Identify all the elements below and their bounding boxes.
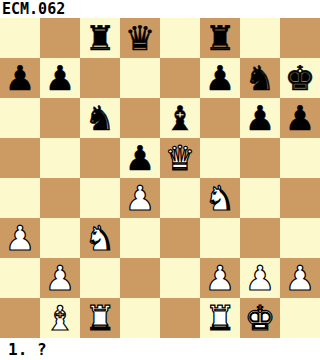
square-h5[interactable] bbox=[280, 138, 320, 178]
square-f2[interactable]: ♟ bbox=[200, 258, 240, 298]
piece-black-pawn[interactable]: ♟ bbox=[245, 98, 275, 138]
square-c3[interactable]: ♞ bbox=[80, 218, 120, 258]
square-b8[interactable] bbox=[40, 18, 80, 58]
square-c8[interactable]: ♜ bbox=[80, 18, 120, 58]
square-b3[interactable] bbox=[40, 218, 80, 258]
square-g7[interactable]: ♞ bbox=[240, 58, 280, 98]
square-f4[interactable]: ♞ bbox=[200, 178, 240, 218]
title-bar: ECM.062 bbox=[0, 0, 320, 18]
piece-white-pawn[interactable]: ♟ bbox=[5, 218, 35, 258]
square-d5[interactable]: ♟ bbox=[120, 138, 160, 178]
square-e6[interactable]: ♝ bbox=[160, 98, 200, 138]
square-f1[interactable]: ♜ bbox=[200, 298, 240, 338]
square-g3[interactable] bbox=[240, 218, 280, 258]
piece-white-rook[interactable]: ♜ bbox=[85, 298, 115, 338]
square-e4[interactable] bbox=[160, 178, 200, 218]
square-f7[interactable]: ♟ bbox=[200, 58, 240, 98]
square-f5[interactable] bbox=[200, 138, 240, 178]
square-e1[interactable] bbox=[160, 298, 200, 338]
square-e7[interactable] bbox=[160, 58, 200, 98]
square-h3[interactable] bbox=[280, 218, 320, 258]
piece-black-pawn[interactable]: ♟ bbox=[5, 58, 35, 98]
square-h8[interactable] bbox=[280, 18, 320, 58]
status-bar: 1. ? bbox=[0, 338, 320, 360]
square-f3[interactable] bbox=[200, 218, 240, 258]
square-b1[interactable]: ♝ bbox=[40, 298, 80, 338]
square-d8[interactable]: ♛ bbox=[120, 18, 160, 58]
piece-black-queen[interactable]: ♛ bbox=[125, 18, 155, 58]
square-f6[interactable] bbox=[200, 98, 240, 138]
square-e3[interactable] bbox=[160, 218, 200, 258]
square-c2[interactable] bbox=[80, 258, 120, 298]
piece-white-pawn[interactable]: ♟ bbox=[45, 258, 75, 298]
piece-black-knight[interactable]: ♞ bbox=[245, 58, 275, 98]
piece-black-rook[interactable]: ♜ bbox=[205, 18, 235, 58]
square-h2[interactable]: ♟ bbox=[280, 258, 320, 298]
square-a1[interactable] bbox=[0, 298, 40, 338]
piece-black-pawn[interactable]: ♟ bbox=[125, 138, 155, 178]
square-e8[interactable] bbox=[160, 18, 200, 58]
piece-black-knight[interactable]: ♞ bbox=[85, 98, 115, 138]
square-e2[interactable] bbox=[160, 258, 200, 298]
piece-black-pawn[interactable]: ♟ bbox=[45, 58, 75, 98]
square-g2[interactable]: ♟ bbox=[240, 258, 280, 298]
square-g8[interactable] bbox=[240, 18, 280, 58]
piece-black-pawn[interactable]: ♟ bbox=[285, 98, 315, 138]
piece-white-queen[interactable]: ♛ bbox=[165, 138, 195, 178]
square-b7[interactable]: ♟ bbox=[40, 58, 80, 98]
square-c1[interactable]: ♜ bbox=[80, 298, 120, 338]
piece-white-king[interactable]: ♚ bbox=[245, 298, 275, 338]
square-a8[interactable] bbox=[0, 18, 40, 58]
square-d2[interactable] bbox=[120, 258, 160, 298]
square-a3[interactable]: ♟ bbox=[0, 218, 40, 258]
square-h7[interactable]: ♚ bbox=[280, 58, 320, 98]
square-a4[interactable] bbox=[0, 178, 40, 218]
square-d4[interactable]: ♟ bbox=[120, 178, 160, 218]
square-a7[interactable]: ♟ bbox=[0, 58, 40, 98]
piece-white-pawn[interactable]: ♟ bbox=[245, 258, 275, 298]
square-g5[interactable] bbox=[240, 138, 280, 178]
square-g4[interactable] bbox=[240, 178, 280, 218]
square-e5[interactable]: ♛ bbox=[160, 138, 200, 178]
piece-white-rook[interactable]: ♜ bbox=[205, 298, 235, 338]
piece-white-knight[interactable]: ♞ bbox=[85, 218, 115, 258]
square-h1[interactable] bbox=[280, 298, 320, 338]
piece-white-knight[interactable]: ♞ bbox=[205, 178, 235, 218]
move-prompt: 1. ? bbox=[8, 340, 47, 359]
piece-black-rook[interactable]: ♜ bbox=[85, 18, 115, 58]
square-c4[interactable] bbox=[80, 178, 120, 218]
piece-white-pawn[interactable]: ♟ bbox=[205, 258, 235, 298]
piece-white-pawn[interactable]: ♟ bbox=[285, 258, 315, 298]
square-a5[interactable] bbox=[0, 138, 40, 178]
piece-black-king[interactable]: ♚ bbox=[285, 58, 315, 98]
chess-board: ♜♛♜♟♟♟♞♚♞♝♟♟♟♛♟♞♟♞♟♟♟♟♝♜♜♚ bbox=[0, 18, 320, 338]
square-d7[interactable] bbox=[120, 58, 160, 98]
square-a2[interactable] bbox=[0, 258, 40, 298]
piece-black-pawn[interactable]: ♟ bbox=[205, 58, 235, 98]
square-d3[interactable] bbox=[120, 218, 160, 258]
piece-white-pawn[interactable]: ♟ bbox=[125, 178, 155, 218]
square-c6[interactable]: ♞ bbox=[80, 98, 120, 138]
square-h6[interactable]: ♟ bbox=[280, 98, 320, 138]
piece-white-bishop[interactable]: ♝ bbox=[45, 298, 75, 338]
square-b2[interactable]: ♟ bbox=[40, 258, 80, 298]
chess-app-window: ECM.062 ♜♛♜♟♟♟♞♚♞♝♟♟♟♛♟♞♟♞♟♟♟♟♝♜♜♚ 1. ? bbox=[0, 0, 320, 360]
square-b5[interactable] bbox=[40, 138, 80, 178]
square-b4[interactable] bbox=[40, 178, 80, 218]
square-d1[interactable] bbox=[120, 298, 160, 338]
square-c7[interactable] bbox=[80, 58, 120, 98]
square-f8[interactable]: ♜ bbox=[200, 18, 240, 58]
square-b6[interactable] bbox=[40, 98, 80, 138]
puzzle-title: ECM.062 bbox=[2, 0, 65, 18]
square-c5[interactable] bbox=[80, 138, 120, 178]
square-g1[interactable]: ♚ bbox=[240, 298, 280, 338]
square-h4[interactable] bbox=[280, 178, 320, 218]
square-g6[interactable]: ♟ bbox=[240, 98, 280, 138]
square-a6[interactable] bbox=[0, 98, 40, 138]
square-d6[interactable] bbox=[120, 98, 160, 138]
piece-black-bishop[interactable]: ♝ bbox=[165, 98, 195, 138]
